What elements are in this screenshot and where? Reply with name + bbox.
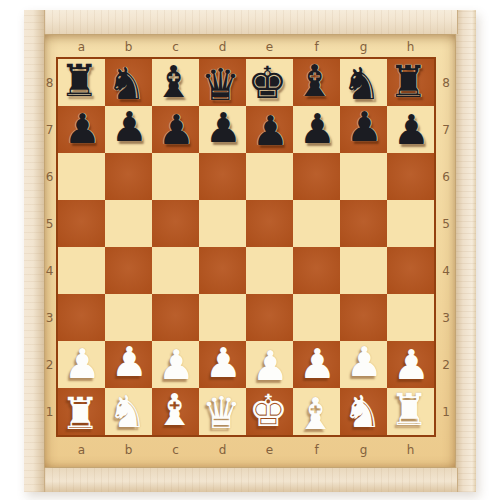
square-e5[interactable]: [246, 200, 293, 247]
square-g2[interactable]: ♟: [340, 341, 387, 388]
piece-white-pawn[interactable]: ♟: [64, 344, 101, 385]
rank-label-right-5: 5: [436, 200, 456, 247]
square-e4[interactable]: [246, 247, 293, 294]
piece-black-pawn[interactable]: ♟: [252, 111, 289, 152]
square-g7[interactable]: ♟: [340, 106, 387, 153]
piece-white-bishop[interactable]: ♝: [155, 388, 194, 432]
square-d4[interactable]: [199, 247, 246, 294]
piece-black-pawn[interactable]: ♟: [111, 107, 148, 148]
square-d6[interactable]: [199, 153, 246, 200]
piece-black-pawn[interactable]: ♟: [158, 110, 195, 151]
square-e1[interactable]: ♚: [246, 388, 293, 435]
piece-black-bishop[interactable]: ♝: [154, 60, 193, 104]
file-label-top-g: g: [340, 36, 387, 58]
rank-labels-right: 87654321: [436, 59, 456, 435]
frame-rail-top: [44, 10, 458, 34]
square-c5[interactable]: [152, 200, 199, 247]
square-a4[interactable]: [58, 247, 105, 294]
file-label-bottom-h: h: [387, 438, 434, 462]
square-f7[interactable]: ♟: [293, 106, 340, 153]
square-g6[interactable]: [340, 153, 387, 200]
piece-black-pawn[interactable]: ♟: [205, 108, 242, 149]
square-c6[interactable]: [152, 153, 199, 200]
piece-white-pawn[interactable]: ♟: [111, 342, 148, 383]
square-c4[interactable]: [152, 247, 199, 294]
piece-black-pawn[interactable]: ♟: [299, 109, 336, 150]
square-b1[interactable]: ♞: [105, 388, 152, 435]
square-c2[interactable]: ♟: [152, 341, 199, 388]
rank-label-right-7: 7: [436, 106, 456, 153]
piece-white-pawn[interactable]: ♟: [205, 343, 242, 384]
square-e2[interactable]: ♟: [246, 341, 293, 388]
square-g8[interactable]: ♞: [340, 59, 387, 106]
square-f3[interactable]: [293, 294, 340, 341]
square-d7[interactable]: ♟: [199, 106, 246, 153]
piece-white-pawn[interactable]: ♟: [299, 344, 336, 385]
square-h6[interactable]: [387, 153, 434, 200]
square-b2[interactable]: ♟: [105, 341, 152, 388]
piece-black-rook[interactable]: ♜: [60, 59, 99, 103]
square-e6[interactable]: [246, 153, 293, 200]
square-h4[interactable]: [387, 247, 434, 294]
piece-black-knight[interactable]: ♞: [342, 62, 381, 106]
square-h3[interactable]: [387, 294, 434, 341]
piece-black-king[interactable]: ♚: [248, 61, 287, 105]
square-b8[interactable]: ♞: [105, 59, 152, 106]
square-b5[interactable]: [105, 200, 152, 247]
piece-black-bishop[interactable]: ♝: [295, 59, 334, 103]
piece-white-knight[interactable]: ♞: [108, 390, 147, 434]
square-f6[interactable]: [293, 153, 340, 200]
piece-black-knight[interactable]: ♞: [107, 62, 146, 106]
piece-black-queen[interactable]: ♛: [201, 63, 240, 107]
piece-white-king[interactable]: ♚: [249, 389, 288, 433]
piece-white-pawn[interactable]: ♟: [158, 345, 195, 386]
square-d3[interactable]: [199, 294, 246, 341]
file-label-top-d: d: [199, 36, 246, 58]
rank-label-right-4: 4: [436, 247, 456, 294]
square-c8[interactable]: ♝: [152, 59, 199, 106]
square-b4[interactable]: [105, 247, 152, 294]
square-a2[interactable]: ♟: [58, 341, 105, 388]
file-label-bottom-f: f: [293, 438, 340, 462]
product-photo-canvas: abcdefgh abcdefgh 87654321 87654321 ♜♞♝♛…: [0, 0, 500, 500]
square-h5[interactable]: [387, 200, 434, 247]
square-a3[interactable]: [58, 294, 105, 341]
piece-white-rook[interactable]: ♜: [61, 392, 100, 436]
square-h2[interactable]: ♟: [387, 341, 434, 388]
square-c3[interactable]: [152, 294, 199, 341]
square-d1[interactable]: ♛: [199, 388, 246, 435]
file-label-bottom-g: g: [340, 438, 387, 462]
file-label-top-e: e: [246, 36, 293, 58]
square-h8[interactable]: ♜: [387, 59, 434, 106]
square-a6[interactable]: [58, 153, 105, 200]
frame-rail-right: [456, 10, 476, 492]
rank-label-right-2: 2: [436, 341, 456, 388]
square-h7[interactable]: ♟: [387, 106, 434, 153]
file-label-bottom-e: e: [246, 438, 293, 462]
square-b3[interactable]: [105, 294, 152, 341]
piece-white-pawn[interactable]: ♟: [393, 345, 430, 386]
file-label-bottom-d: d: [199, 438, 246, 462]
rank-label-right-3: 3: [436, 294, 456, 341]
square-g5[interactable]: [340, 200, 387, 247]
frame-rail-bottom: [44, 468, 458, 492]
piece-black-pawn[interactable]: ♟: [346, 107, 383, 148]
rank-label-right-1: 1: [436, 388, 456, 435]
square-g3[interactable]: [340, 294, 387, 341]
square-f2[interactable]: ♟: [293, 341, 340, 388]
square-b7[interactable]: ♟: [105, 106, 152, 153]
square-d2[interactable]: ♟: [199, 341, 246, 388]
file-label-bottom-c: c: [152, 438, 199, 462]
square-c7[interactable]: ♟: [152, 106, 199, 153]
square-e8[interactable]: ♚: [246, 59, 293, 106]
square-a5[interactable]: [58, 200, 105, 247]
rank-label-right-6: 6: [436, 153, 456, 200]
file-label-bottom-a: a: [58, 438, 105, 462]
chess-grid: ♜♞♝♛♚♝♞♜♟♟♟♟♟♟♟♟♟♟♟♟♟♟♟♟♜♞♝♛♚♝♞♜: [56, 57, 436, 437]
file-label-top-b: b: [105, 36, 152, 58]
piece-white-pawn[interactable]: ♟: [252, 346, 289, 387]
square-f8[interactable]: ♝: [293, 59, 340, 106]
square-a8[interactable]: ♜: [58, 59, 105, 106]
square-d8[interactable]: ♛: [199, 59, 246, 106]
piece-black-rook[interactable]: ♜: [389, 60, 428, 104]
square-a1[interactable]: ♜: [58, 388, 105, 435]
file-labels-bottom: abcdefgh: [58, 438, 434, 462]
piece-black-pawn[interactable]: ♟: [393, 110, 430, 151]
square-e3[interactable]: [246, 294, 293, 341]
square-g1[interactable]: ♞: [340, 388, 387, 435]
square-b6[interactable]: [105, 153, 152, 200]
square-a7[interactable]: ♟: [58, 106, 105, 153]
square-e7[interactable]: ♟: [246, 106, 293, 153]
square-h1[interactable]: ♜: [387, 388, 434, 435]
piece-black-pawn[interactable]: ♟: [64, 109, 101, 150]
square-f1[interactable]: ♝: [293, 388, 340, 435]
rank-label-right-8: 8: [436, 59, 456, 106]
square-f4[interactable]: [293, 247, 340, 294]
piece-white-knight[interactable]: ♞: [343, 390, 382, 434]
piece-white-queen[interactable]: ♛: [202, 391, 241, 435]
piece-white-rook[interactable]: ♜: [390, 388, 429, 432]
piece-white-pawn[interactable]: ♟: [346, 342, 383, 383]
file-label-bottom-b: b: [105, 438, 152, 462]
file-labels-top: abcdefgh: [58, 36, 434, 58]
square-d5[interactable]: [199, 200, 246, 247]
square-f5[interactable]: [293, 200, 340, 247]
square-g4[interactable]: [340, 247, 387, 294]
piece-white-bishop[interactable]: ♝: [296, 392, 335, 436]
square-c1[interactable]: ♝: [152, 388, 199, 435]
